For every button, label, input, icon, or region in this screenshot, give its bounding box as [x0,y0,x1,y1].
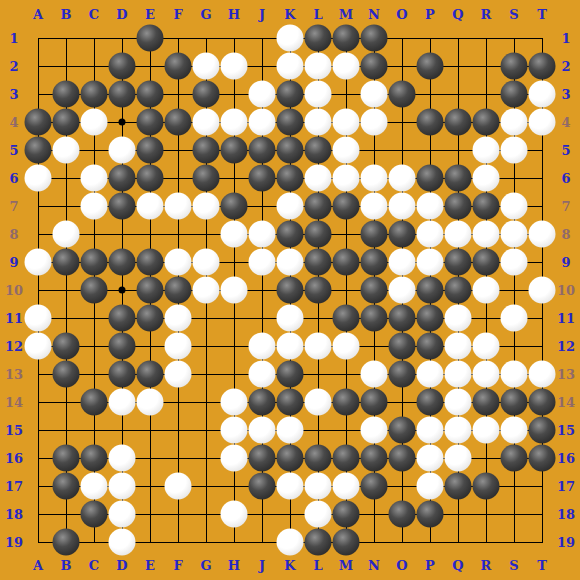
white-stone-H8 [221,221,248,248]
col-label-top-R: R [481,8,492,21]
black-stone-O3 [389,81,416,108]
white-stone-G2 [193,53,220,80]
black-stone-D2 [109,53,136,80]
row-label-left-8: 8 [9,228,18,241]
col-label-bottom-B: B [61,559,72,572]
go-board[interactable]: AABBCCDDEEFFGGHHJJKKLLMMNNOOPPQQRRSSTT11… [0,0,580,580]
row-label-right-4: 4 [561,116,570,129]
white-stone-K15 [277,417,304,444]
white-stone-S4 [501,109,528,136]
black-stone-R4 [473,109,500,136]
white-stone-D14 [109,389,136,416]
row-label-left-5: 5 [9,144,18,157]
black-stone-L5 [305,137,332,164]
white-stone-T10 [529,277,556,304]
white-stone-G7 [193,193,220,220]
row-label-right-1: 1 [561,32,570,45]
col-label-bottom-F: F [173,559,182,572]
black-stone-E6 [137,165,164,192]
black-stone-T2 [529,53,556,80]
row-label-left-9: 9 [9,256,18,269]
row-label-left-15: 15 [5,424,23,437]
white-stone-N4 [361,109,388,136]
row-label-right-13: 13 [557,368,575,381]
black-stone-T15 [529,417,556,444]
white-stone-M6 [333,165,360,192]
white-stone-A12 [25,333,52,360]
black-stone-P18 [417,501,444,528]
white-stone-C7 [81,193,108,220]
col-label-bottom-R: R [481,559,492,572]
black-stone-D13 [109,361,136,388]
col-label-top-A: A [33,8,43,21]
white-stone-P17 [417,473,444,500]
col-label-bottom-H: H [228,559,240,572]
black-stone-O8 [389,221,416,248]
black-stone-B17 [53,473,80,500]
white-stone-K2 [277,53,304,80]
white-stone-R12 [473,333,500,360]
row-label-right-2: 2 [561,60,570,73]
col-label-top-M: M [339,8,353,21]
black-stone-P10 [417,277,444,304]
row-label-right-14: 14 [557,396,575,409]
black-stone-L9 [305,249,332,276]
black-stone-N11 [361,305,388,332]
black-stone-G5 [193,137,220,164]
row-label-right-18: 18 [557,508,575,521]
white-stone-D18 [109,501,136,528]
white-stone-K1 [277,25,304,52]
white-stone-A9 [25,249,52,276]
white-stone-P8 [417,221,444,248]
white-stone-N13 [361,361,388,388]
black-stone-P6 [417,165,444,192]
col-label-top-G: G [200,8,211,21]
white-stone-S11 [501,305,528,332]
row-label-left-2: 2 [9,60,18,73]
white-stone-G10 [193,277,220,304]
black-stone-K14 [277,389,304,416]
black-stone-J16 [249,445,276,472]
black-stone-B3 [53,81,80,108]
black-stone-B16 [53,445,80,472]
white-stone-R8 [473,221,500,248]
white-stone-P9 [417,249,444,276]
white-stone-J13 [249,361,276,388]
hoshi-D4 [119,119,126,126]
black-stone-R7 [473,193,500,220]
row-label-right-19: 19 [557,536,575,549]
white-stone-K11 [277,305,304,332]
white-stone-R13 [473,361,500,388]
white-stone-L17 [305,473,332,500]
row-label-left-7: 7 [9,200,18,213]
white-stone-Q15 [445,417,472,444]
black-stone-E10 [137,277,164,304]
black-stone-R17 [473,473,500,500]
row-label-right-8: 8 [561,228,570,241]
white-stone-N6 [361,165,388,192]
row-label-left-1: 1 [9,32,18,45]
white-stone-S7 [501,193,528,220]
black-stone-B4 [53,109,80,136]
white-stone-J15 [249,417,276,444]
black-stone-D3 [109,81,136,108]
black-stone-E1 [137,25,164,52]
row-label-right-3: 3 [561,88,570,101]
black-stone-K10 [277,277,304,304]
white-stone-D19 [109,529,136,556]
white-stone-J4 [249,109,276,136]
white-stone-Q12 [445,333,472,360]
black-stone-C9 [81,249,108,276]
white-stone-O10 [389,277,416,304]
black-stone-Q7 [445,193,472,220]
white-stone-P7 [417,193,444,220]
white-stone-S9 [501,249,528,276]
col-label-bottom-M: M [339,559,353,572]
white-stone-A6 [25,165,52,192]
black-stone-D12 [109,333,136,360]
white-stone-F13 [165,361,192,388]
col-label-bottom-L: L [313,559,322,572]
black-stone-C10 [81,277,108,304]
black-stone-L7 [305,193,332,220]
black-stone-M9 [333,249,360,276]
white-stone-H10 [221,277,248,304]
black-stone-O12 [389,333,416,360]
black-stone-F2 [165,53,192,80]
white-stone-M4 [333,109,360,136]
white-stone-Q13 [445,361,472,388]
white-stone-E7 [137,193,164,220]
white-stone-D17 [109,473,136,500]
white-stone-Q8 [445,221,472,248]
black-stone-C18 [81,501,108,528]
black-stone-K16 [277,445,304,472]
col-label-bottom-G: G [200,559,211,572]
row-label-right-5: 5 [561,144,570,157]
black-stone-L8 [305,221,332,248]
black-stone-N2 [361,53,388,80]
col-label-bottom-D: D [116,559,127,572]
row-label-left-18: 18 [5,508,23,521]
row-label-right-12: 12 [557,340,575,353]
white-stone-F12 [165,333,192,360]
col-label-top-F: F [173,8,182,21]
black-stone-K8 [277,221,304,248]
white-stone-P15 [417,417,444,444]
black-stone-A5 [25,137,52,164]
white-stone-R15 [473,417,500,444]
black-stone-O18 [389,501,416,528]
black-stone-F10 [165,277,192,304]
row-label-left-12: 12 [5,340,23,353]
black-stone-E9 [137,249,164,276]
row-label-right-9: 9 [561,256,570,269]
black-stone-M19 [333,529,360,556]
black-stone-O13 [389,361,416,388]
white-stone-J8 [249,221,276,248]
white-stone-K7 [277,193,304,220]
row-label-right-16: 16 [557,452,575,465]
white-stone-B5 [53,137,80,164]
white-stone-L18 [305,501,332,528]
black-stone-K4 [277,109,304,136]
black-stone-S2 [501,53,528,80]
row-label-left-14: 14 [5,396,23,409]
black-stone-M14 [333,389,360,416]
white-stone-K17 [277,473,304,500]
black-stone-G3 [193,81,220,108]
white-stone-B8 [53,221,80,248]
col-label-bottom-S: S [509,559,518,572]
white-stone-C17 [81,473,108,500]
black-stone-J5 [249,137,276,164]
black-stone-D6 [109,165,136,192]
col-label-bottom-C: C [89,559,99,572]
black-stone-Q9 [445,249,472,276]
row-label-left-10: 10 [5,284,23,297]
black-stone-P11 [417,305,444,332]
col-label-bottom-Q: Q [452,559,463,572]
black-stone-C14 [81,389,108,416]
black-stone-D7 [109,193,136,220]
black-stone-F4 [165,109,192,136]
black-stone-R9 [473,249,500,276]
black-stone-R14 [473,389,500,416]
black-stone-P12 [417,333,444,360]
black-stone-K6 [277,165,304,192]
col-label-bottom-P: P [425,559,435,572]
col-label-bottom-N: N [368,559,380,572]
col-label-top-K: K [284,8,295,21]
black-stone-D9 [109,249,136,276]
black-stone-N10 [361,277,388,304]
white-stone-M2 [333,53,360,80]
white-stone-F7 [165,193,192,220]
row-label-right-17: 17 [557,480,575,493]
white-stone-M5 [333,137,360,164]
black-stone-N17 [361,473,388,500]
black-stone-B12 [53,333,80,360]
black-stone-E11 [137,305,164,332]
black-stone-H5 [221,137,248,164]
col-label-bottom-O: O [396,559,407,572]
white-stone-L6 [305,165,332,192]
white-stone-T8 [529,221,556,248]
black-stone-M16 [333,445,360,472]
white-stone-R6 [473,165,500,192]
black-stone-O15 [389,417,416,444]
white-stone-D5 [109,137,136,164]
white-stone-T3 [529,81,556,108]
col-label-top-T: T [537,8,547,21]
white-stone-C6 [81,165,108,192]
black-stone-T16 [529,445,556,472]
black-stone-L19 [305,529,332,556]
white-stone-J3 [249,81,276,108]
white-stone-H16 [221,445,248,472]
row-label-right-6: 6 [561,172,570,185]
black-stone-S14 [501,389,528,416]
col-label-top-O: O [396,8,407,21]
black-stone-E4 [137,109,164,136]
white-stone-S15 [501,417,528,444]
col-label-top-D: D [116,8,127,21]
white-stone-T13 [529,361,556,388]
white-stone-Q11 [445,305,472,332]
row-label-left-16: 16 [5,452,23,465]
white-stone-R5 [473,137,500,164]
col-label-bottom-A: A [33,559,43,572]
white-stone-K12 [277,333,304,360]
black-stone-E13 [137,361,164,388]
white-stone-O6 [389,165,416,192]
black-stone-N8 [361,221,388,248]
black-stone-N16 [361,445,388,472]
white-stone-L3 [305,81,332,108]
col-label-top-L: L [313,8,322,21]
black-stone-P2 [417,53,444,80]
row-label-left-6: 6 [9,172,18,185]
white-stone-P13 [417,361,444,388]
white-stone-H15 [221,417,248,444]
white-stone-S8 [501,221,528,248]
black-stone-M7 [333,193,360,220]
white-stone-S5 [501,137,528,164]
white-stone-O7 [389,193,416,220]
black-stone-K3 [277,81,304,108]
white-stone-T4 [529,109,556,136]
row-label-left-3: 3 [9,88,18,101]
white-stone-F11 [165,305,192,332]
black-stone-M11 [333,305,360,332]
white-stone-H4 [221,109,248,136]
black-stone-N1 [361,25,388,52]
black-stone-E5 [137,137,164,164]
black-stone-Q6 [445,165,472,192]
black-stone-N9 [361,249,388,276]
white-stone-J12 [249,333,276,360]
col-label-top-Q: Q [452,8,463,21]
black-stone-Q4 [445,109,472,136]
white-stone-F9 [165,249,192,276]
white-stone-H14 [221,389,248,416]
black-stone-S3 [501,81,528,108]
white-stone-G4 [193,109,220,136]
white-stone-F17 [165,473,192,500]
white-stone-K19 [277,529,304,556]
col-label-top-N: N [368,8,380,21]
black-stone-N14 [361,389,388,416]
white-stone-K9 [277,249,304,276]
white-stone-L4 [305,109,332,136]
black-stone-A4 [25,109,52,136]
col-label-top-E: E [145,8,155,21]
white-stone-L14 [305,389,332,416]
white-stone-N15 [361,417,388,444]
col-label-top-H: H [228,8,240,21]
white-stone-D16 [109,445,136,472]
black-stone-G6 [193,165,220,192]
hoshi-D10 [119,287,126,294]
white-stone-Q14 [445,389,472,416]
black-stone-B19 [53,529,80,556]
white-stone-R10 [473,277,500,304]
black-stone-T14 [529,389,556,416]
row-label-left-11: 11 [5,312,23,325]
white-stone-N7 [361,193,388,220]
white-stone-M17 [333,473,360,500]
black-stone-E3 [137,81,164,108]
black-stone-H7 [221,193,248,220]
col-label-top-B: B [61,8,72,21]
row-label-left-17: 17 [5,480,23,493]
white-stone-L2 [305,53,332,80]
row-label-left-19: 19 [5,536,23,549]
white-stone-M12 [333,333,360,360]
col-label-bottom-J: J [259,559,265,572]
black-stone-K5 [277,137,304,164]
black-stone-M1 [333,25,360,52]
white-stone-N3 [361,81,388,108]
col-label-top-P: P [425,8,435,21]
white-stone-J9 [249,249,276,276]
black-stone-B9 [53,249,80,276]
white-stone-Q16 [445,445,472,472]
black-stone-O11 [389,305,416,332]
row-label-right-15: 15 [557,424,575,437]
col-label-bottom-T: T [537,559,547,572]
col-label-top-S: S [509,8,518,21]
black-stone-Q10 [445,277,472,304]
white-stone-S13 [501,361,528,388]
black-stone-S16 [501,445,528,472]
row-label-right-11: 11 [557,312,575,325]
black-stone-J6 [249,165,276,192]
white-stone-L12 [305,333,332,360]
row-label-right-10: 10 [557,284,575,297]
black-stone-L16 [305,445,332,472]
white-stone-H2 [221,53,248,80]
black-stone-J17 [249,473,276,500]
white-stone-H18 [221,501,248,528]
black-stone-D11 [109,305,136,332]
white-stone-O9 [389,249,416,276]
black-stone-C3 [81,81,108,108]
black-stone-K13 [277,361,304,388]
white-stone-P16 [417,445,444,472]
row-label-left-13: 13 [5,368,23,381]
white-stone-A11 [25,305,52,332]
col-label-top-J: J [259,8,265,21]
white-stone-C4 [81,109,108,136]
black-stone-Q17 [445,473,472,500]
black-stone-O16 [389,445,416,472]
black-stone-J14 [249,389,276,416]
black-stone-P4 [417,109,444,136]
black-stone-L10 [305,277,332,304]
white-stone-G9 [193,249,220,276]
row-label-right-7: 7 [561,200,570,213]
black-stone-L1 [305,25,332,52]
black-stone-M18 [333,501,360,528]
black-stone-P14 [417,389,444,416]
black-stone-B13 [53,361,80,388]
col-label-top-C: C [89,8,99,21]
